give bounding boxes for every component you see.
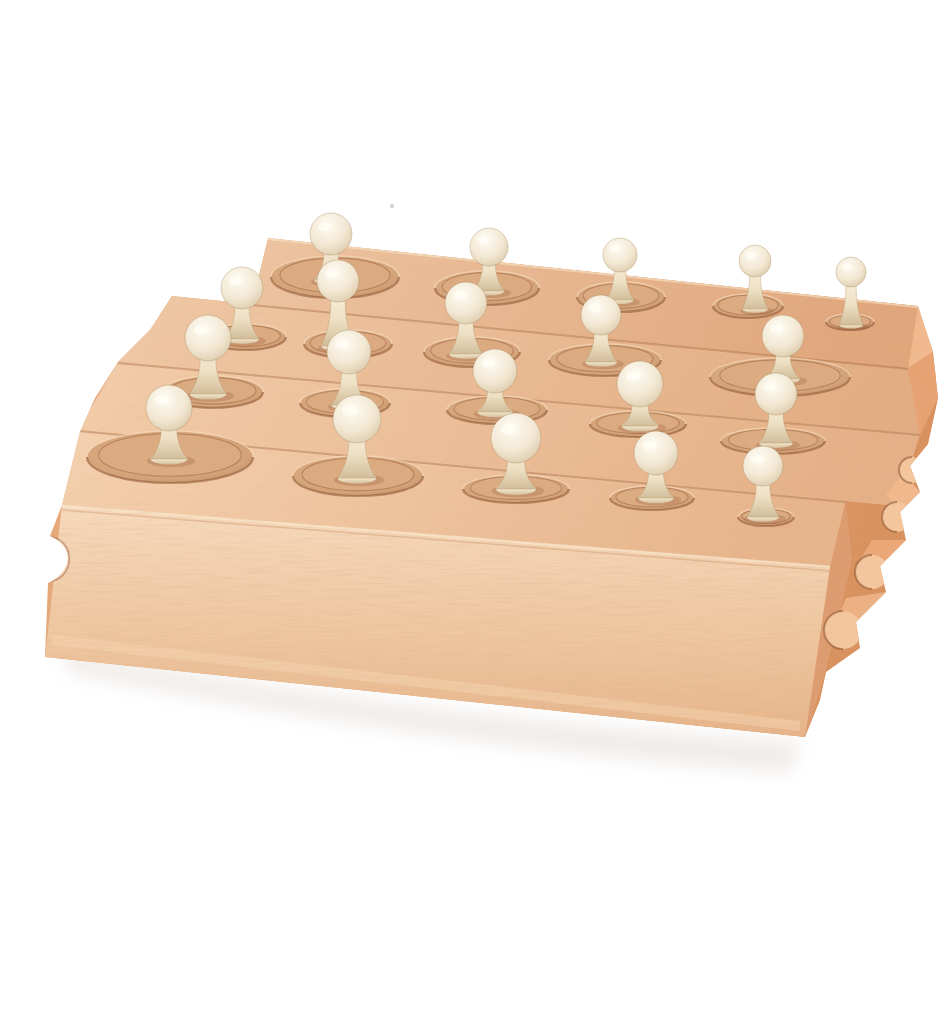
photo-canvas bbox=[0, 0, 950, 1010]
cylinders-layer bbox=[87, 213, 874, 526]
montessori-cylinder-blocks-photo bbox=[0, 0, 950, 1010]
dust-speck bbox=[390, 204, 394, 208]
